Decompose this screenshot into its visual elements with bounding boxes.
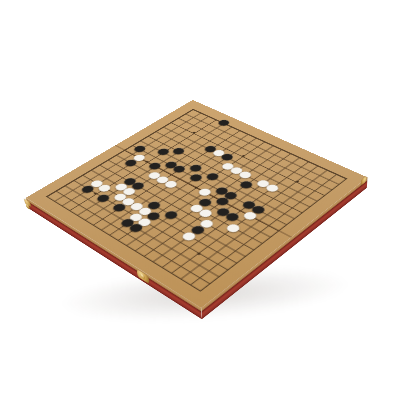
black-stone[interactable]: ● xyxy=(79,183,99,195)
black-stone[interactable]: ● xyxy=(110,201,130,214)
black-stone[interactable]: ● xyxy=(237,178,257,190)
stones-layer: ●●●●●●●●●●●●●●●●●●●●●●●●●●●●●●●●●●●●●●●●… xyxy=(46,109,348,292)
black-stone[interactable]: ● xyxy=(187,172,207,184)
scene: ●●●●●●●●●●●●●●●●●●●●●●●●●●●●●●●●●●●●●●●●… xyxy=(69,70,325,326)
product-photo-stage: ●●●●●●●●●●●●●●●●●●●●●●●●●●●●●●●●●●●●●●●●… xyxy=(0,0,400,400)
scene-tilt: ●●●●●●●●●●●●●●●●●●●●●●●●●●●●●●●●●●●●●●●●… xyxy=(69,70,325,326)
brass-clasp-icon xyxy=(24,199,31,208)
white-stone[interactable]: ● xyxy=(179,229,200,243)
black-stone[interactable]: ● xyxy=(122,157,141,168)
white-stone[interactable]: ● xyxy=(224,221,245,235)
black-stone[interactable]: ● xyxy=(154,146,173,157)
black-stone[interactable]: ● xyxy=(216,118,234,128)
black-stone[interactable]: ● xyxy=(94,192,114,204)
